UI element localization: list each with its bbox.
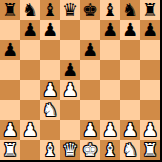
square-e6[interactable]: ♟ [80, 40, 100, 60]
square-b3[interactable] [20, 100, 40, 120]
square-h2[interactable]: ♟ [140, 120, 160, 140]
piece-white-king[interactable]: ♚ [82, 140, 98, 160]
piece-white-knight[interactable]: ♞ [122, 140, 138, 160]
square-b8[interactable]: ♞ [20, 0, 40, 20]
square-a1[interactable]: ♜ [0, 140, 20, 160]
square-b4[interactable] [20, 80, 40, 100]
piece-black-king[interactable]: ♚ [82, 0, 98, 20]
square-c5[interactable] [40, 60, 60, 80]
square-c1[interactable]: ♝ [40, 140, 60, 160]
piece-black-pawn[interactable]: ♟ [122, 20, 138, 40]
piece-black-rook[interactable]: ♜ [2, 0, 18, 20]
square-a6[interactable]: ♟ [0, 40, 20, 60]
square-b7[interactable]: ♟ [20, 20, 40, 40]
piece-black-bishop[interactable]: ♝ [102, 0, 118, 20]
piece-white-pawn[interactable]: ♟ [122, 120, 138, 140]
square-c2[interactable] [40, 120, 60, 140]
square-h1[interactable]: ♜ [140, 140, 160, 160]
piece-black-pawn[interactable]: ♟ [42, 20, 58, 40]
chess-board-screenshot: ♜♞♝♛♚♝♞♜♟♟♟♟♟♟♟♟♟♟♞♟♟♟♟♟♟♜♝♛♚♝♞♜ [0, 0, 162, 162]
piece-black-queen[interactable]: ♛ [62, 0, 78, 20]
square-h4[interactable] [140, 80, 160, 100]
piece-white-pawn[interactable]: ♟ [2, 120, 18, 140]
piece-white-bishop[interactable]: ♝ [102, 140, 118, 160]
piece-white-pawn[interactable]: ♟ [42, 80, 58, 100]
square-a8[interactable]: ♜ [0, 0, 20, 20]
square-e7[interactable] [80, 20, 100, 40]
square-d5[interactable]: ♟ [60, 60, 80, 80]
square-g3[interactable] [120, 100, 140, 120]
square-e5[interactable] [80, 60, 100, 80]
piece-black-pawn[interactable]: ♟ [142, 20, 158, 40]
square-h6[interactable] [140, 40, 160, 60]
piece-white-bishop[interactable]: ♝ [42, 140, 58, 160]
square-e8[interactable]: ♚ [80, 0, 100, 20]
piece-white-pawn[interactable]: ♟ [22, 120, 38, 140]
square-g5[interactable] [120, 60, 140, 80]
square-c7[interactable]: ♟ [40, 20, 60, 40]
square-h7[interactable]: ♟ [140, 20, 160, 40]
square-d3[interactable] [60, 100, 80, 120]
square-c6[interactable] [40, 40, 60, 60]
square-g8[interactable]: ♞ [120, 0, 140, 20]
piece-black-pawn[interactable]: ♟ [2, 40, 18, 60]
chess-board: ♜♞♝♛♚♝♞♜♟♟♟♟♟♟♟♟♟♟♞♟♟♟♟♟♟♜♝♛♚♝♞♜ [0, 0, 162, 162]
square-e4[interactable] [80, 80, 100, 100]
square-e3[interactable] [80, 100, 100, 120]
square-a7[interactable] [0, 20, 20, 40]
square-g2[interactable]: ♟ [120, 120, 140, 140]
piece-white-knight[interactable]: ♞ [42, 100, 58, 120]
square-e1[interactable]: ♚ [80, 140, 100, 160]
square-c8[interactable]: ♝ [40, 0, 60, 20]
piece-black-pawn[interactable]: ♟ [62, 60, 78, 80]
square-b6[interactable] [20, 40, 40, 60]
piece-black-pawn[interactable]: ♟ [102, 20, 118, 40]
square-f1[interactable]: ♝ [100, 140, 120, 160]
square-h5[interactable] [140, 60, 160, 80]
square-b2[interactable]: ♟ [20, 120, 40, 140]
square-d4[interactable]: ♟ [60, 80, 80, 100]
square-a2[interactable]: ♟ [0, 120, 20, 140]
square-b1[interactable] [20, 140, 40, 160]
square-d1[interactable]: ♛ [60, 140, 80, 160]
square-e2[interactable]: ♟ [80, 120, 100, 140]
square-c4[interactable]: ♟ [40, 80, 60, 100]
piece-black-rook[interactable]: ♜ [142, 0, 158, 20]
square-f3[interactable] [100, 100, 120, 120]
square-g1[interactable]: ♞ [120, 140, 140, 160]
square-f2[interactable]: ♟ [100, 120, 120, 140]
piece-white-rook[interactable]: ♜ [142, 140, 158, 160]
square-d7[interactable] [60, 20, 80, 40]
square-f5[interactable] [100, 60, 120, 80]
piece-black-bishop[interactable]: ♝ [42, 0, 58, 20]
square-a5[interactable] [0, 60, 20, 80]
piece-black-pawn[interactable]: ♟ [82, 40, 98, 60]
piece-black-knight[interactable]: ♞ [122, 0, 138, 20]
piece-white-pawn[interactable]: ♟ [142, 120, 158, 140]
square-b5[interactable] [20, 60, 40, 80]
piece-white-pawn[interactable]: ♟ [102, 120, 118, 140]
square-d2[interactable] [60, 120, 80, 140]
square-h8[interactable]: ♜ [140, 0, 160, 20]
square-d6[interactable] [60, 40, 80, 60]
square-f8[interactable]: ♝ [100, 0, 120, 20]
square-g6[interactable] [120, 40, 140, 60]
piece-white-queen[interactable]: ♛ [62, 140, 78, 160]
square-a4[interactable] [0, 80, 20, 100]
piece-black-pawn[interactable]: ♟ [22, 20, 38, 40]
square-f7[interactable]: ♟ [100, 20, 120, 40]
piece-white-rook[interactable]: ♜ [2, 140, 18, 160]
square-g7[interactable]: ♟ [120, 20, 140, 40]
square-a3[interactable] [0, 100, 20, 120]
square-g4[interactable] [120, 80, 140, 100]
square-f4[interactable] [100, 80, 120, 100]
square-f6[interactable] [100, 40, 120, 60]
piece-white-pawn[interactable]: ♟ [82, 120, 98, 140]
square-c3[interactable]: ♞ [40, 100, 60, 120]
square-h3[interactable] [140, 100, 160, 120]
piece-black-knight[interactable]: ♞ [22, 0, 38, 20]
piece-white-pawn[interactable]: ♟ [62, 80, 78, 100]
square-d8[interactable]: ♛ [60, 0, 80, 20]
